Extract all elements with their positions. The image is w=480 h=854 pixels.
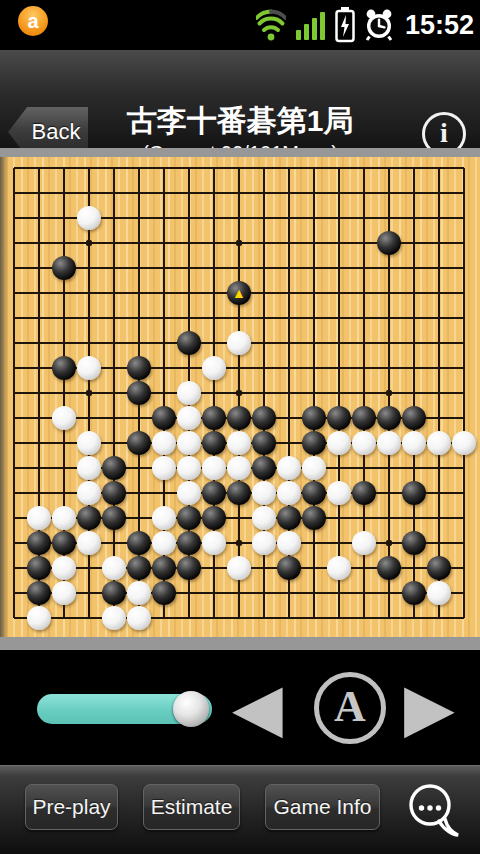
go-board[interactable]: ▲ [0, 157, 480, 637]
comment-chat-button[interactable] [404, 782, 462, 840]
stone-white [452, 431, 476, 455]
stone-black [52, 356, 76, 380]
wifi-icon [256, 8, 286, 42]
stone-white [77, 456, 101, 480]
stone-black [127, 356, 151, 380]
stone-black [302, 481, 326, 505]
stone-black [377, 231, 401, 255]
stone-white [27, 606, 51, 630]
stone-black [302, 406, 326, 430]
stone-white [252, 506, 276, 530]
slider-thumb[interactable] [173, 691, 209, 727]
stone-white [152, 431, 176, 455]
stone-black [402, 481, 426, 505]
last-move-marker: ▲ [232, 286, 246, 300]
stone-black [302, 506, 326, 530]
stone-white [352, 431, 376, 455]
stone-white [202, 456, 226, 480]
stone-black [127, 381, 151, 405]
stone-black [102, 506, 126, 530]
stone-white [277, 456, 301, 480]
stone-black [377, 406, 401, 430]
status-time: 15:52 [405, 10, 474, 41]
stone-black [152, 406, 176, 430]
stone-black [127, 431, 151, 455]
stone-white [77, 431, 101, 455]
stone-black [52, 531, 76, 555]
alarm-clock-icon [365, 7, 393, 43]
stone-black [177, 531, 201, 555]
stone-white [277, 531, 301, 555]
stone-black [227, 406, 251, 430]
stone-white [202, 356, 226, 380]
stone-black [27, 556, 51, 580]
stone-white [252, 531, 276, 555]
stone-black [102, 481, 126, 505]
stone-white [77, 531, 101, 555]
stone-black [352, 481, 376, 505]
battery-charging-icon [335, 7, 355, 43]
divider-top [0, 148, 480, 157]
stone-white [227, 331, 251, 355]
stone-white [202, 531, 226, 555]
stone-white [77, 481, 101, 505]
stone-black [402, 531, 426, 555]
stone-white [152, 531, 176, 555]
stone-black [202, 406, 226, 430]
game-info-button[interactable]: Game Info [265, 784, 380, 830]
stone-black [177, 331, 201, 355]
stone-black [277, 556, 301, 580]
divider-bottom [0, 637, 480, 650]
stone-white [302, 456, 326, 480]
stone-black [127, 556, 151, 580]
stone-white [152, 456, 176, 480]
stone-white [377, 431, 401, 455]
stone-black: ▲ [227, 281, 251, 305]
previous-move-button[interactable]: ◀ [232, 677, 283, 737]
signal-strength-icon [296, 10, 325, 40]
stone-white [102, 556, 126, 580]
stone-white [177, 431, 201, 455]
stone-black [177, 506, 201, 530]
stone-white [177, 481, 201, 505]
stone-black [202, 431, 226, 455]
stone-white [52, 506, 76, 530]
stone-white [427, 581, 451, 605]
stone-black [102, 581, 126, 605]
stone-white [177, 406, 201, 430]
bottom-toolbar: Pre-play Estimate Game Info [0, 765, 480, 854]
stone-white [352, 531, 376, 555]
stone-white [77, 356, 101, 380]
speech-bubble-icon [404, 782, 462, 840]
stone-white [227, 456, 251, 480]
stone-white [327, 481, 351, 505]
status-icons: 15:52 [256, 0, 474, 50]
stone-white [152, 506, 176, 530]
stone-black [252, 431, 276, 455]
stone-white [227, 556, 251, 580]
stone-white [427, 431, 451, 455]
app-notification-icon: a [18, 6, 48, 36]
auto-play-button[interactable]: A [314, 672, 386, 744]
game-title: 古李十番碁第1局 [90, 102, 390, 140]
stone-white [177, 381, 201, 405]
auto-play-label: A [334, 685, 366, 729]
stone-black [152, 556, 176, 580]
stone-black [327, 406, 351, 430]
title-bar: Back 古李十番碁第1局 (Current 99/101Move) i [0, 50, 480, 148]
stone-black [177, 556, 201, 580]
stone-white [277, 481, 301, 505]
stone-black [202, 481, 226, 505]
stone-white [227, 431, 251, 455]
stone-black [77, 506, 101, 530]
stone-white [52, 556, 76, 580]
stone-black [352, 406, 376, 430]
stone-white [127, 581, 151, 605]
stone-black [102, 456, 126, 480]
info-icon: i [440, 119, 448, 147]
app-icon-letter: a [27, 11, 38, 31]
stone-black [52, 256, 76, 280]
stone-white [27, 506, 51, 530]
app-screen: a [0, 0, 480, 854]
stone-white [77, 206, 101, 230]
stone-black [27, 531, 51, 555]
stone-white [402, 431, 426, 455]
stone-white [327, 431, 351, 455]
estimate-button[interactable]: Estimate [143, 784, 240, 830]
stone-white [52, 406, 76, 430]
stone-black [252, 456, 276, 480]
stone-black [402, 581, 426, 605]
stone-black [377, 556, 401, 580]
stone-black [127, 531, 151, 555]
stone-black [27, 581, 51, 605]
stone-white [252, 481, 276, 505]
stone-black [402, 406, 426, 430]
stone-black [302, 431, 326, 455]
stone-black [427, 556, 451, 580]
status-bar: a [0, 0, 480, 50]
pre-play-button[interactable]: Pre-play [25, 784, 118, 830]
stone-black [227, 481, 251, 505]
next-move-button[interactable]: ▶ [404, 677, 455, 737]
stone-white [177, 456, 201, 480]
stone-black [252, 406, 276, 430]
stone-white [127, 606, 151, 630]
stone-white [52, 581, 76, 605]
playback-controls: ◀ A ▶ [0, 650, 480, 765]
stone-black [152, 581, 176, 605]
stone-black [277, 506, 301, 530]
stone-white [327, 556, 351, 580]
stone-white [102, 606, 126, 630]
stone-black [202, 506, 226, 530]
